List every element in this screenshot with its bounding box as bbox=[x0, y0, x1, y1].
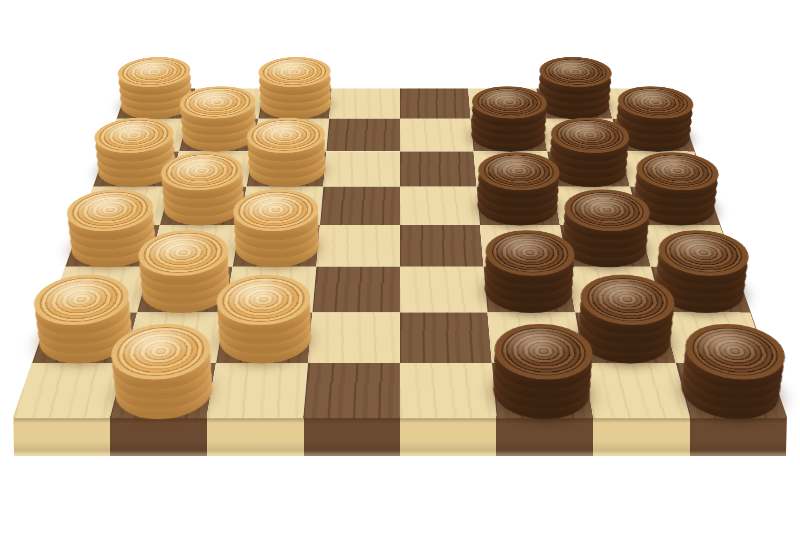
square-r8c4[interactable] bbox=[303, 363, 400, 419]
square-r6c5[interactable] bbox=[400, 267, 488, 313]
dark-checker[interactable] bbox=[675, 362, 789, 419]
square-r4c4[interactable] bbox=[320, 187, 400, 225]
checkers-board[interactable] bbox=[13, 89, 787, 419]
light-checker[interactable] bbox=[257, 88, 332, 119]
square-r3c4[interactable] bbox=[323, 151, 400, 186]
square-r5c4[interactable] bbox=[316, 225, 400, 267]
square-r1c4[interactable] bbox=[329, 89, 400, 119]
square-r8c5[interactable] bbox=[400, 363, 497, 419]
square-r2c5[interactable] bbox=[400, 119, 474, 152]
dark-checker[interactable] bbox=[476, 186, 561, 225]
square-r5c5[interactable] bbox=[400, 225, 484, 267]
square-r3c5[interactable] bbox=[400, 151, 477, 186]
scene bbox=[0, 0, 800, 533]
square-r7c5[interactable] bbox=[400, 313, 492, 363]
square-r2c4[interactable] bbox=[326, 119, 400, 152]
square-r4c5[interactable] bbox=[400, 187, 480, 225]
light-checker[interactable] bbox=[108, 362, 217, 419]
photo-stage bbox=[0, 0, 800, 533]
light-checker[interactable] bbox=[246, 151, 328, 187]
dark-checker[interactable] bbox=[470, 118, 548, 151]
square-r8c7[interactable] bbox=[584, 363, 690, 419]
square-r1c5[interactable] bbox=[400, 89, 471, 119]
square-r7c4[interactable] bbox=[308, 313, 400, 363]
square-r8c1[interactable] bbox=[13, 363, 124, 419]
dark-checker[interactable] bbox=[491, 362, 595, 419]
square-r8c3[interactable] bbox=[206, 363, 308, 419]
square-r6c4[interactable] bbox=[312, 267, 400, 313]
